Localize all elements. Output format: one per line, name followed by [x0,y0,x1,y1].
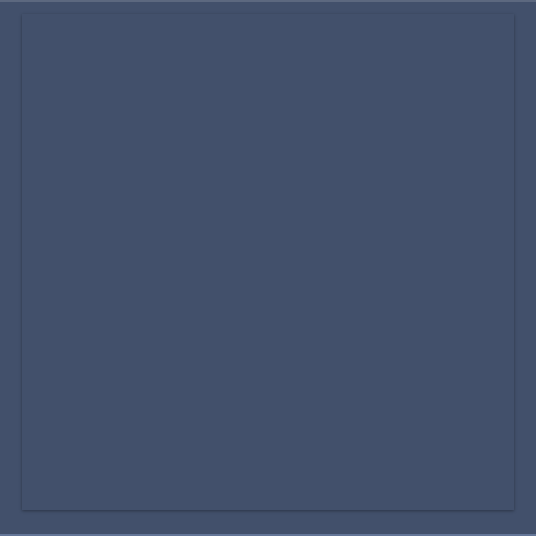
file-labels [22,510,514,532]
rank-labels [0,14,22,510]
board [22,14,514,510]
chess-board-frame [0,0,536,536]
